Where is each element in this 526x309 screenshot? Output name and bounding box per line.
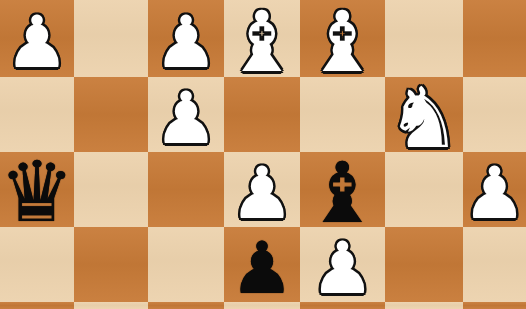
- piece-black-pawn[interactable]: ♟: [230, 232, 295, 304]
- square-r1c2[interactable]: [74, 0, 148, 77]
- square-r4c4[interactable]: ♟: [224, 227, 300, 302]
- piece-white-pawn[interactable]: ♟: [5, 6, 70, 78]
- piece-white-knight[interactable]: ♞: [386, 76, 461, 160]
- square-r5c2[interactable]: [74, 302, 148, 309]
- square-r2c3[interactable]: ♟: [148, 77, 224, 152]
- square-r2c6[interactable]: ♞: [385, 77, 463, 152]
- square-r5c3[interactable]: [148, 302, 224, 309]
- square-r5c7[interactable]: [463, 302, 526, 309]
- piece-white-pawn[interactable]: ♟: [462, 157, 526, 229]
- piece-white-bishop[interactable]: ♝: [224, 0, 299, 84]
- square-r4c5[interactable]: ♟: [300, 227, 385, 302]
- square-r1c6[interactable]: [385, 0, 463, 77]
- square-r5c6[interactable]: [385, 302, 463, 309]
- square-r3c1[interactable]: ♛: [0, 152, 74, 227]
- square-r3c3[interactable]: [148, 152, 224, 227]
- square-r3c5[interactable]: ♝: [300, 152, 385, 227]
- square-r4c6[interactable]: [385, 227, 463, 302]
- piece-white-pawn[interactable]: ♟: [310, 232, 375, 304]
- square-r4c3[interactable]: [148, 227, 224, 302]
- piece-white-bishop[interactable]: ♝: [305, 0, 380, 84]
- square-r1c5[interactable]: ♝: [300, 0, 385, 77]
- square-r1c4[interactable]: ♝: [224, 0, 300, 77]
- chess-board: ♟♟♝♝♟♞♛♟♝♟♟♟: [0, 0, 526, 309]
- square-r2c7[interactable]: [463, 77, 526, 152]
- piece-black-bishop[interactable]: ♝: [305, 151, 380, 235]
- square-r2c2[interactable]: [74, 77, 148, 152]
- square-r4c7[interactable]: [463, 227, 526, 302]
- square-r4c2[interactable]: [74, 227, 148, 302]
- piece-black-queen[interactable]: ♛: [0, 150, 75, 234]
- piece-white-pawn[interactable]: ♟: [230, 157, 295, 229]
- square-r3c4[interactable]: ♟: [224, 152, 300, 227]
- square-r5c1[interactable]: [0, 302, 74, 309]
- chessboard-screenshot: ♟♟♝♝♟♞♛♟♝♟♟♟: [0, 0, 526, 309]
- piece-white-pawn[interactable]: ♟: [154, 6, 219, 78]
- square-r1c3[interactable]: ♟: [148, 0, 224, 77]
- square-r1c1[interactable]: ♟: [0, 0, 74, 77]
- square-r3c2[interactable]: [74, 152, 148, 227]
- square-r1c7[interactable]: [463, 0, 526, 77]
- piece-white-pawn[interactable]: ♟: [154, 82, 219, 154]
- square-r3c7[interactable]: ♟: [463, 152, 526, 227]
- square-r2c1[interactable]: [0, 77, 74, 152]
